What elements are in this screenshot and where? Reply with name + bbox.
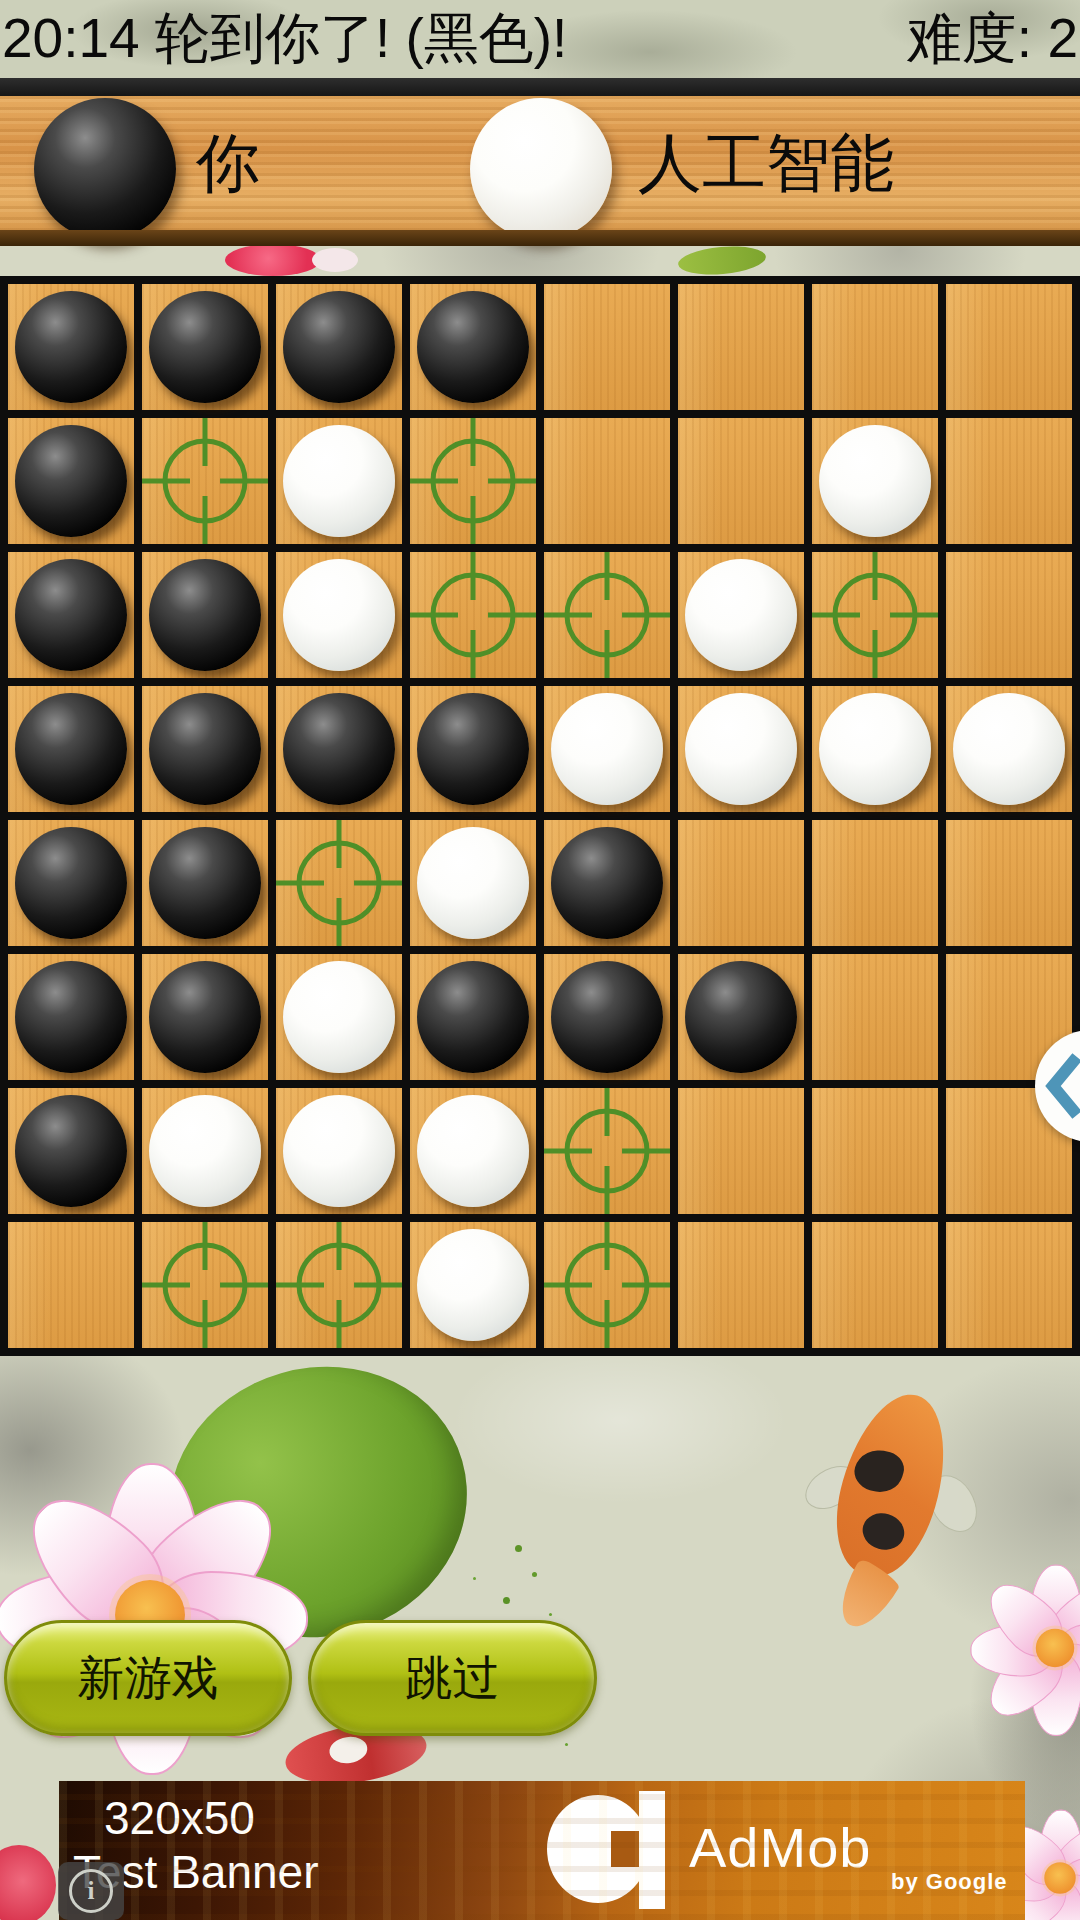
ad-banner[interactable]: 320x50 Test Banner AdMob by Google: [59, 1781, 1025, 1920]
board-cell-e3[interactable]: [544, 552, 670, 678]
app-screen: 20:14 轮到你了! (黑色)! 难度: 2 你 人工智能: [0, 0, 1080, 1920]
black-disc-b3: [149, 559, 261, 671]
board-cell-h4[interactable]: [946, 686, 1072, 812]
board-cell-e8[interactable]: [544, 1222, 670, 1348]
ad-size-label: 320x50: [104, 1791, 255, 1845]
turn-status-text: 20:14 轮到你了! (黑色)!: [2, 2, 567, 76]
board-cell-f1[interactable]: [678, 284, 804, 410]
board-cell-d2[interactable]: [410, 418, 536, 544]
background-petal: [312, 248, 358, 272]
board-cell-g4[interactable]: [812, 686, 938, 812]
board-cell-f7[interactable]: [678, 1088, 804, 1214]
board-cell-e6[interactable]: [544, 954, 670, 1080]
board-cell-a4[interactable]: [8, 686, 134, 812]
othello-board: [0, 276, 1080, 1356]
board-cell-f5[interactable]: [678, 820, 804, 946]
black-disc-a3: [15, 559, 127, 671]
board-cell-g1[interactable]: [812, 284, 938, 410]
legal-move-hint-c8: [276, 1222, 402, 1348]
board-cell-h5[interactable]: [946, 820, 1072, 946]
black-disc-a5: [15, 827, 127, 939]
board-cell-f6[interactable]: [678, 954, 804, 1080]
white-disc-f4: [685, 693, 797, 805]
status-bar: 20:14 轮到你了! (黑色)! 难度: 2: [0, 0, 1080, 78]
board-cell-b4[interactable]: [142, 686, 268, 812]
white-disc-g2: [819, 425, 931, 537]
white-player-disc: [470, 98, 612, 240]
board-cell-b1[interactable]: [142, 284, 268, 410]
board-cell-g8[interactable]: [812, 1222, 938, 1348]
board-cell-c8[interactable]: [276, 1222, 402, 1348]
board-cell-e5[interactable]: [544, 820, 670, 946]
board-cell-a7[interactable]: [8, 1088, 134, 1214]
black-disc-c4: [283, 693, 395, 805]
legal-move-hint-d2: [410, 418, 536, 544]
black-disc-a2: [15, 425, 127, 537]
board-cell-d5[interactable]: [410, 820, 536, 946]
board-cell-h8[interactable]: [946, 1222, 1072, 1348]
white-disc-f3: [685, 559, 797, 671]
white-disc-d5: [417, 827, 529, 939]
board-cell-g3[interactable]: [812, 552, 938, 678]
board-cell-d6[interactable]: [410, 954, 536, 1080]
board-cell-c1[interactable]: [276, 284, 402, 410]
board-cell-c5[interactable]: [276, 820, 402, 946]
black-player-disc: [34, 98, 176, 240]
board-cell-e4[interactable]: [544, 686, 670, 812]
legal-move-hint-e8: [544, 1222, 670, 1348]
black-disc-f6: [685, 961, 797, 1073]
koi-fish: [778, 1375, 998, 1650]
black-disc-b5: [149, 827, 261, 939]
board-cell-b5[interactable]: [142, 820, 268, 946]
button-row: 新游戏 跳过: [0, 1620, 597, 1736]
board-cell-d1[interactable]: [410, 284, 536, 410]
board-cell-h3[interactable]: [946, 552, 1072, 678]
white-disc-c2: [283, 425, 395, 537]
background-leaf: [677, 243, 767, 278]
board-cell-b6[interactable]: [142, 954, 268, 1080]
board-cell-h1[interactable]: [946, 284, 1072, 410]
player-bar: 你 人工智能: [0, 96, 1080, 246]
white-disc-e4: [551, 693, 663, 805]
red-flower-corner: [0, 1845, 56, 1920]
board-cell-g5[interactable]: [812, 820, 938, 946]
board-cell-f2[interactable]: [678, 418, 804, 544]
board-cell-d8[interactable]: [410, 1222, 536, 1348]
difficulty-label: 难度: 2: [907, 2, 1078, 76]
algae-speckles: [515, 1545, 522, 1552]
board-cell-a2[interactable]: [8, 418, 134, 544]
board-cell-c2[interactable]: [276, 418, 402, 544]
board-cell-a6[interactable]: [8, 954, 134, 1080]
white-disc-d8: [417, 1229, 529, 1341]
board-cell-a3[interactable]: [8, 552, 134, 678]
status-separator: [0, 78, 1080, 96]
white-disc-c6: [283, 961, 395, 1073]
board-cell-e1[interactable]: [544, 284, 670, 410]
board-cell-d3[interactable]: [410, 552, 536, 678]
legal-move-hint-b2: [142, 418, 268, 544]
black-disc-c1: [283, 291, 395, 403]
black-disc-e5: [551, 827, 663, 939]
new-game-button[interactable]: 新游戏: [4, 1620, 292, 1736]
board-cell-e7[interactable]: [544, 1088, 670, 1214]
board-cell-a5[interactable]: [8, 820, 134, 946]
black-disc-d4: [417, 693, 529, 805]
you-label: 你: [196, 96, 260, 230]
white-disc-h4: [953, 693, 1065, 805]
board-cell-b2[interactable]: [142, 418, 268, 544]
admob-logo-icon: [547, 1791, 667, 1909]
legal-move-hint-d3: [410, 552, 536, 678]
board-cell-b3[interactable]: [142, 552, 268, 678]
legal-move-hint-c5: [276, 820, 402, 946]
board-cell-d7[interactable]: [410, 1088, 536, 1214]
board-cell-f4[interactable]: [678, 686, 804, 812]
board-cell-c6[interactable]: [276, 954, 402, 1080]
black-disc-b4: [149, 693, 261, 805]
background-flower: [225, 244, 321, 276]
white-disc-g4: [819, 693, 931, 805]
board-cell-c3[interactable]: [276, 552, 402, 678]
ai-label: 人工智能: [638, 96, 894, 230]
board-cell-c7[interactable]: [276, 1088, 402, 1214]
legal-move-hint-e7: [544, 1088, 670, 1214]
board-cell-h2[interactable]: [946, 418, 1072, 544]
board-cell-d4[interactable]: [410, 686, 536, 812]
board-cell-g6[interactable]: [812, 954, 938, 1080]
black-disc-d1: [417, 291, 529, 403]
black-disc-a7: [15, 1095, 127, 1207]
white-disc-c3: [283, 559, 395, 671]
black-disc-d6: [417, 961, 529, 1073]
board-cell-g2[interactable]: [812, 418, 938, 544]
black-disc-a1: [15, 291, 127, 403]
legal-move-hint-b8: [142, 1222, 268, 1348]
white-disc-b7: [149, 1095, 261, 1207]
white-disc-d7: [417, 1095, 529, 1207]
board-cell-a1[interactable]: [8, 284, 134, 410]
legal-move-hint-g3: [812, 552, 938, 678]
legal-move-hint-e3: [544, 552, 670, 678]
board-cell-f8[interactable]: [678, 1222, 804, 1348]
chevron-left-icon: [1041, 1051, 1080, 1121]
board-cell-f3[interactable]: [678, 552, 804, 678]
white-disc-c7: [283, 1095, 395, 1207]
admob-brand-text: AdMob: [689, 1815, 871, 1880]
black-disc-a6: [15, 961, 127, 1073]
admob-byline: by Google: [891, 1869, 1008, 1895]
board-cell-e2[interactable]: [544, 418, 670, 544]
black-disc-a4: [15, 693, 127, 805]
board-cell-a8[interactable]: [8, 1222, 134, 1348]
black-disc-b1: [149, 291, 261, 403]
ad-info-icon[interactable]: i: [58, 1862, 124, 1920]
board-cell-c4[interactable]: [276, 686, 402, 812]
board-cell-b8[interactable]: [142, 1222, 268, 1348]
board-cell-g7[interactable]: [812, 1088, 938, 1214]
pass-button[interactable]: 跳过: [308, 1620, 597, 1736]
black-disc-b6: [149, 961, 261, 1073]
black-disc-e6: [551, 961, 663, 1073]
board-cell-b7[interactable]: [142, 1088, 268, 1214]
